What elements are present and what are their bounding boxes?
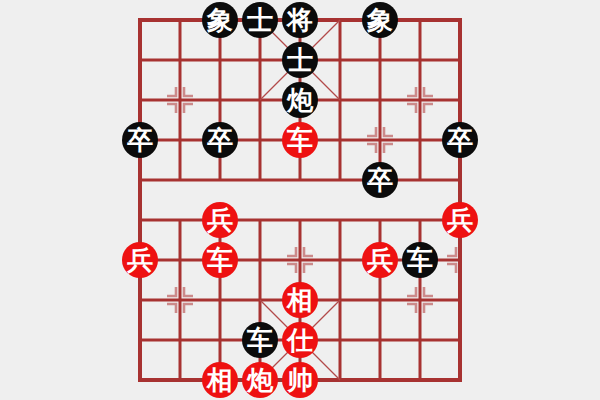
piece-red-elephant[interactable]: 相 xyxy=(202,362,238,398)
piece-black-soldier[interactable]: 卒 xyxy=(442,122,478,158)
piece-black-soldier[interactable]: 卒 xyxy=(122,122,158,158)
piece-black-elephant[interactable]: 象 xyxy=(362,2,398,38)
piece-red-cannon[interactable]: 炮 xyxy=(242,362,278,398)
piece-red-elephant[interactable]: 相 xyxy=(282,282,318,318)
piece-red-soldier[interactable]: 兵 xyxy=(362,242,398,278)
board-grid: 象士将象士炮卒卒车卒卒兵兵兵车兵车相车仕相炮帅 xyxy=(120,0,480,400)
piece-red-advisor[interactable]: 仕 xyxy=(282,322,318,358)
piece-red-soldier[interactable]: 兵 xyxy=(442,202,478,238)
piece-black-chariot[interactable]: 车 xyxy=(242,322,278,358)
piece-red-soldier[interactable]: 兵 xyxy=(122,242,158,278)
piece-black-elephant[interactable]: 象 xyxy=(202,2,238,38)
piece-black-advisor[interactable]: 士 xyxy=(282,42,318,78)
piece-red-general[interactable]: 帅 xyxy=(282,362,318,398)
piece-red-chariot[interactable]: 车 xyxy=(202,242,238,278)
piece-black-cannon[interactable]: 炮 xyxy=(282,82,318,118)
piece-red-chariot[interactable]: 车 xyxy=(282,122,318,158)
piece-red-soldier[interactable]: 兵 xyxy=(202,202,238,238)
piece-black-advisor[interactable]: 士 xyxy=(242,2,278,38)
piece-black-soldier[interactable]: 卒 xyxy=(362,162,398,198)
piece-black-general[interactable]: 将 xyxy=(282,2,318,38)
app-background: { "game": "xiangqi", "position": { "fen"… xyxy=(0,0,600,400)
piece-black-chariot[interactable]: 车 xyxy=(402,242,438,278)
piece-black-soldier[interactable]: 卒 xyxy=(202,122,238,158)
xiangqi-board[interactable]: 象士将象士炮卒卒车卒卒兵兵兵车兵车相车仕相炮帅 xyxy=(120,0,480,400)
